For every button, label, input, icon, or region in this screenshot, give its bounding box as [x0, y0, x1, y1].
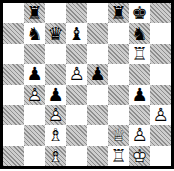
black-pawn-e5: ♟: [88, 64, 108, 84]
square-a7[interactable]: [3, 23, 24, 43]
square-d1[interactable]: [66, 146, 87, 166]
square-f5[interactable]: [108, 64, 129, 84]
square-h4[interactable]: [150, 85, 171, 105]
square-h6[interactable]: [150, 44, 171, 64]
square-e3[interactable]: [87, 105, 108, 125]
square-b1[interactable]: [24, 146, 45, 166]
black-rook-b8: ♜: [25, 3, 45, 23]
square-h5[interactable]: [150, 64, 171, 84]
square-f2[interactable]: ♛♕: [108, 125, 129, 145]
square-e1[interactable]: [87, 146, 108, 166]
white-queen-f2: ♛♕: [109, 125, 129, 145]
square-f6[interactable]: [108, 44, 129, 64]
square-a2[interactable]: [3, 125, 24, 145]
square-c3[interactable]: ♟♙: [45, 105, 66, 125]
black-knight-g7: ♞: [130, 24, 150, 44]
square-c6[interactable]: [45, 44, 66, 64]
square-h7[interactable]: [150, 23, 171, 43]
square-g2[interactable]: ♟♙: [129, 125, 150, 145]
white-pawn-d5: ♟♙: [67, 64, 87, 84]
square-c2[interactable]: ♝♗: [45, 125, 66, 145]
square-a5[interactable]: [3, 64, 24, 84]
square-e6[interactable]: [87, 44, 108, 64]
square-b5[interactable]: ♟: [24, 64, 45, 84]
white-pawn-g2: ♟♙: [130, 125, 150, 145]
square-g7[interactable]: ♞: [129, 23, 150, 43]
white-pawn-h3: ♟♙: [151, 105, 171, 125]
square-e4[interactable]: [87, 85, 108, 105]
square-c7[interactable]: ♛: [45, 23, 66, 43]
square-d8[interactable]: [66, 3, 87, 23]
square-c8[interactable]: [45, 3, 66, 23]
square-a1[interactable]: [3, 146, 24, 166]
square-c5[interactable]: [45, 64, 66, 84]
square-g8[interactable]: ♚: [129, 3, 150, 23]
white-king-g1: ♚♔: [130, 146, 150, 166]
square-b2[interactable]: [24, 125, 45, 145]
square-f7[interactable]: [108, 23, 129, 43]
black-pawn-g4: ♟: [130, 85, 150, 105]
square-g6[interactable]: ♜♖: [129, 44, 150, 64]
square-d5[interactable]: ♟♙: [66, 64, 87, 84]
square-a6[interactable]: [3, 44, 24, 64]
square-c1[interactable]: ♝♗: [45, 146, 66, 166]
square-h2[interactable]: [150, 125, 171, 145]
black-knight-b7: ♞: [25, 24, 45, 44]
square-d2[interactable]: [66, 125, 87, 145]
black-king-g8: ♚: [130, 3, 150, 23]
square-e7[interactable]: [87, 23, 108, 43]
black-rook-f8: ♜: [109, 3, 129, 23]
square-d6[interactable]: [66, 44, 87, 64]
square-b3[interactable]: [24, 105, 45, 125]
square-h3[interactable]: ♟♙: [150, 105, 171, 125]
square-e8[interactable]: [87, 3, 108, 23]
square-b8[interactable]: ♜: [24, 3, 45, 23]
white-bishop-c1: ♝♗: [46, 146, 66, 166]
square-a4[interactable]: [3, 85, 24, 105]
square-d4[interactable]: [66, 85, 87, 105]
square-b7[interactable]: ♞: [24, 23, 45, 43]
square-b6[interactable]: [24, 44, 45, 64]
board-frame: ♜♜♚♞♛♝♞♜♖♟♟♙♟♟♙♟♟♟♙♟♙♝♗♛♕♟♙♝♗♜♖♚♔: [0, 0, 174, 169]
black-pawn-b5: ♟: [25, 64, 45, 84]
white-rook-g6: ♜♖: [130, 44, 150, 64]
square-g4[interactable]: ♟: [129, 85, 150, 105]
square-c4[interactable]: ♟: [45, 85, 66, 105]
square-d3[interactable]: [66, 105, 87, 125]
chess-board: ♜♜♚♞♛♝♞♜♖♟♟♙♟♟♙♟♟♟♙♟♙♝♗♛♕♟♙♝♗♜♖♚♔: [3, 3, 171, 166]
square-d7[interactable]: ♝: [66, 23, 87, 43]
square-h1[interactable]: [150, 146, 171, 166]
square-a8[interactable]: [3, 3, 24, 23]
square-g5[interactable]: [129, 64, 150, 84]
white-pawn-b4: ♟♙: [25, 85, 45, 105]
black-queen-c7: ♛: [46, 24, 66, 44]
square-f4[interactable]: [108, 85, 129, 105]
square-b4[interactable]: ♟♙: [24, 85, 45, 105]
square-h8[interactable]: [150, 3, 171, 23]
square-e2[interactable]: [87, 125, 108, 145]
black-pawn-c4: ♟: [46, 85, 66, 105]
white-bishop-c2: ♝♗: [46, 125, 66, 145]
black-bishop-d7: ♝: [67, 24, 87, 44]
square-e5[interactable]: ♟: [87, 64, 108, 84]
square-f8[interactable]: ♜: [108, 3, 129, 23]
square-f3[interactable]: [108, 105, 129, 125]
square-a3[interactable]: [3, 105, 24, 125]
white-rook-f1: ♜♖: [109, 146, 129, 166]
square-g1[interactable]: ♚♔: [129, 146, 150, 166]
square-f1[interactable]: ♜♖: [108, 146, 129, 166]
square-g3[interactable]: [129, 105, 150, 125]
white-pawn-c3: ♟♙: [46, 105, 66, 125]
